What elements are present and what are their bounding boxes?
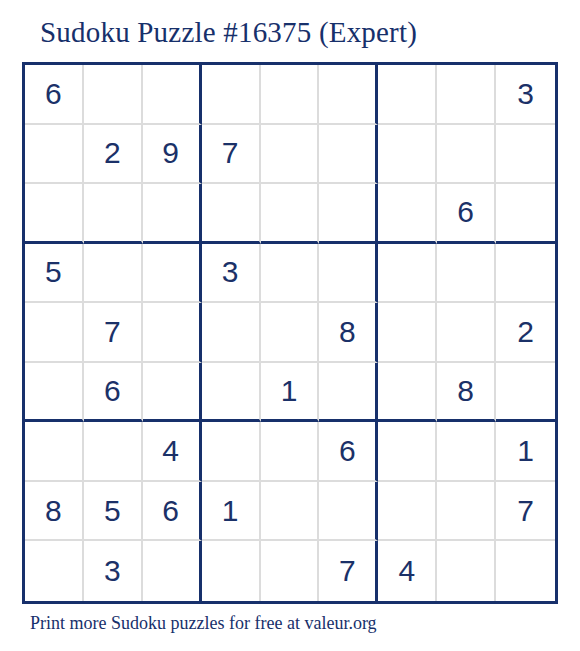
- cell-r9c2[interactable]: 3: [84, 541, 143, 601]
- cell-r6c5[interactable]: 1: [261, 363, 320, 423]
- cell-r9c7[interactable]: 4: [378, 541, 437, 601]
- page-title: Sudoku Puzzle #16375 (Expert): [40, 16, 417, 49]
- cell-r6c4[interactable]: [202, 363, 261, 423]
- cell-r7c8[interactable]: [437, 422, 496, 482]
- cell-r1c4[interactable]: [202, 65, 261, 125]
- cell-r7c3[interactable]: 4: [143, 422, 202, 482]
- cell-r9c1[interactable]: [25, 541, 84, 601]
- cell-r6c8[interactable]: 8: [437, 363, 496, 423]
- cell-r7c9[interactable]: 1: [496, 422, 555, 482]
- cell-r1c5[interactable]: [261, 65, 320, 125]
- cell-r1c6[interactable]: [319, 65, 378, 125]
- cell-r4c4[interactable]: 3: [202, 244, 261, 304]
- cell-r6c7[interactable]: [378, 363, 437, 423]
- cell-r3c8[interactable]: 6: [437, 184, 496, 244]
- cell-r7c7[interactable]: [378, 422, 437, 482]
- cell-r4c3[interactable]: [143, 244, 202, 304]
- cell-r8c7[interactable]: [378, 482, 437, 542]
- cell-r5c7[interactable]: [378, 303, 437, 363]
- cell-r3c1[interactable]: [25, 184, 84, 244]
- cell-r9c4[interactable]: [202, 541, 261, 601]
- cell-r5c8[interactable]: [437, 303, 496, 363]
- cell-r9c3[interactable]: [143, 541, 202, 601]
- cell-r2c4[interactable]: 7: [202, 125, 261, 185]
- cell-r3c5[interactable]: [261, 184, 320, 244]
- cell-r6c2[interactable]: 6: [84, 363, 143, 423]
- cell-r1c8[interactable]: [437, 65, 496, 125]
- cell-r4c9[interactable]: [496, 244, 555, 304]
- cell-r2c8[interactable]: [437, 125, 496, 185]
- cell-r9c9[interactable]: [496, 541, 555, 601]
- cell-r2c5[interactable]: [261, 125, 320, 185]
- cell-r1c3[interactable]: [143, 65, 202, 125]
- cell-r8c1[interactable]: 8: [25, 482, 84, 542]
- cell-r8c2[interactable]: 5: [84, 482, 143, 542]
- cell-r5c5[interactable]: [261, 303, 320, 363]
- cell-r1c2[interactable]: [84, 65, 143, 125]
- cell-r3c3[interactable]: [143, 184, 202, 244]
- cell-r8c5[interactable]: [261, 482, 320, 542]
- cell-r9c6[interactable]: 7: [319, 541, 378, 601]
- cell-r3c2[interactable]: [84, 184, 143, 244]
- cell-r7c5[interactable]: [261, 422, 320, 482]
- cell-r3c4[interactable]: [202, 184, 261, 244]
- cell-r5c9[interactable]: 2: [496, 303, 555, 363]
- cell-r4c7[interactable]: [378, 244, 437, 304]
- cell-r4c5[interactable]: [261, 244, 320, 304]
- cell-r8c3[interactable]: 6: [143, 482, 202, 542]
- cell-r2c6[interactable]: [319, 125, 378, 185]
- cell-r7c1[interactable]: [25, 422, 84, 482]
- cell-r4c2[interactable]: [84, 244, 143, 304]
- cell-r7c2[interactable]: [84, 422, 143, 482]
- cell-r6c6[interactable]: [319, 363, 378, 423]
- cell-r5c4[interactable]: [202, 303, 261, 363]
- cell-r2c1[interactable]: [25, 125, 84, 185]
- cell-r5c1[interactable]: [25, 303, 84, 363]
- cell-r8c8[interactable]: [437, 482, 496, 542]
- cell-r2c7[interactable]: [378, 125, 437, 185]
- cell-r7c6[interactable]: 6: [319, 422, 378, 482]
- cell-r2c2[interactable]: 2: [84, 125, 143, 185]
- cell-r7c4[interactable]: [202, 422, 261, 482]
- cell-r4c8[interactable]: [437, 244, 496, 304]
- cell-r6c3[interactable]: [143, 363, 202, 423]
- sudoku-board: 6329765378261846185617374: [22, 62, 558, 604]
- cell-r1c9[interactable]: 3: [496, 65, 555, 125]
- cell-r2c9[interactable]: [496, 125, 555, 185]
- cell-r1c1[interactable]: 6: [25, 65, 84, 125]
- cell-r4c6[interactable]: [319, 244, 378, 304]
- cell-r3c6[interactable]: [319, 184, 378, 244]
- cell-r4c1[interactable]: 5: [25, 244, 84, 304]
- cell-r8c4[interactable]: 1: [202, 482, 261, 542]
- cell-r8c9[interactable]: 7: [496, 482, 555, 542]
- cell-r1c7[interactable]: [378, 65, 437, 125]
- cell-r3c7[interactable]: [378, 184, 437, 244]
- sudoku-page: Sudoku Puzzle #16375 (Expert) 6329765378…: [0, 0, 580, 651]
- cell-r8c6[interactable]: [319, 482, 378, 542]
- cell-r3c9[interactable]: [496, 184, 555, 244]
- cell-r9c8[interactable]: [437, 541, 496, 601]
- cell-r5c2[interactable]: 7: [84, 303, 143, 363]
- cell-r6c1[interactable]: [25, 363, 84, 423]
- footer-text: Print more Sudoku puzzles for free at va…: [30, 613, 377, 634]
- cell-r5c3[interactable]: [143, 303, 202, 363]
- cell-r9c5[interactable]: [261, 541, 320, 601]
- cell-r6c9[interactable]: [496, 363, 555, 423]
- cell-r2c3[interactable]: 9: [143, 125, 202, 185]
- cell-r5c6[interactable]: 8: [319, 303, 378, 363]
